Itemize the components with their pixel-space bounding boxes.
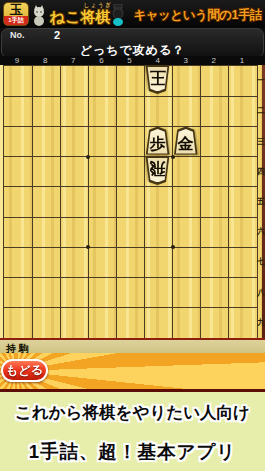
square-8-6[interactable] <box>32 217 60 247</box>
square-1-6[interactable] <box>229 217 257 247</box>
app-icon-king-char: 玉 <box>4 3 28 17</box>
square-8-7[interactable] <box>32 247 60 277</box>
rank-label-2: 二 <box>257 105 265 116</box>
piece-face: 王 <box>147 67 168 92</box>
square-1-8[interactable] <box>229 278 257 308</box>
square-1-4[interactable] <box>229 157 257 187</box>
file-label-1: 1 <box>236 56 248 65</box>
square-3-7[interactable] <box>173 247 201 277</box>
rank-label-9: 九 <box>257 317 265 328</box>
rank-label-7: 七 <box>257 256 265 267</box>
square-6-8[interactable] <box>88 278 116 308</box>
square-8-8[interactable] <box>32 278 60 308</box>
piece-face: 飛 <box>147 158 168 183</box>
cat-mascot-left-icon <box>31 4 47 26</box>
square-2-6[interactable] <box>201 217 229 247</box>
square-1-5[interactable] <box>229 187 257 217</box>
square-7-8[interactable] <box>60 278 88 308</box>
piece-rook-gote[interactable]: 飛 <box>145 157 170 185</box>
square-3-1[interactable] <box>173 66 201 96</box>
square-5-7[interactable] <box>116 247 144 277</box>
piece-body: 歩 <box>145 127 170 155</box>
file-label-6: 6 <box>95 56 107 65</box>
square-3-6[interactable] <box>173 217 201 247</box>
piece-pawn-sente[interactable]: 歩 <box>145 127 170 155</box>
square-7-9[interactable] <box>60 308 88 338</box>
app-logo: ねこ将棋 <box>49 8 111 25</box>
piece-glyph: 王 <box>150 67 166 87</box>
square-4-6[interactable] <box>145 217 173 247</box>
square-5-2[interactable] <box>116 96 144 126</box>
banner-line-1: これから将棋をやりたい人向け <box>0 402 265 424</box>
file-label-2: 2 <box>208 56 220 65</box>
rank-label-5: 五 <box>257 196 265 207</box>
app-icon: 玉 1手詰 <box>3 2 29 26</box>
square-9-5[interactable] <box>4 187 32 217</box>
square-2-4[interactable] <box>201 157 229 187</box>
piece-face: 歩 <box>147 129 168 154</box>
square-9-8[interactable] <box>4 278 32 308</box>
puzzle-number: 2 <box>54 29 60 41</box>
banner-line-2: 1手詰、超！基本アプリ <box>0 439 265 464</box>
piece-glyph: 金 <box>178 134 194 154</box>
square-8-1[interactable] <box>32 66 60 96</box>
square-7-3[interactable] <box>60 126 88 156</box>
square-6-2[interactable] <box>88 96 116 126</box>
file-label-9: 9 <box>11 56 23 65</box>
promo-banner[interactable]: これから将棋をやりたい人向け 1手詰、超！基本アプリ <box>0 392 265 471</box>
file-labels-strip: 987654321 <box>0 56 265 65</box>
rank-label-1: 一 <box>257 75 265 86</box>
square-6-4[interactable] <box>88 157 116 187</box>
square-4-8[interactable] <box>145 278 173 308</box>
square-2-2[interactable] <box>201 96 229 126</box>
square-9-3[interactable] <box>4 126 32 156</box>
piece-body: 飛 <box>145 157 170 185</box>
square-6-3[interactable] <box>88 126 116 156</box>
question-panel: No. 2 どっちで攻める？ <box>1 28 264 58</box>
file-label-7: 7 <box>67 56 79 65</box>
piece-body: 王 <box>145 66 170 94</box>
square-8-9[interactable] <box>32 308 60 338</box>
square-9-9[interactable] <box>4 308 32 338</box>
square-7-2[interactable] <box>60 96 88 126</box>
square-3-9[interactable] <box>173 308 201 338</box>
square-2-7[interactable] <box>201 247 229 277</box>
square-6-5[interactable] <box>88 187 116 217</box>
square-2-5[interactable] <box>201 187 229 217</box>
app-tagline: キャッという間の1手詰 <box>127 7 262 24</box>
square-8-5[interactable] <box>32 187 60 217</box>
square-7-1[interactable] <box>60 66 88 96</box>
square-4-7[interactable] <box>145 247 173 277</box>
square-1-7[interactable] <box>229 247 257 277</box>
square-8-3[interactable] <box>32 126 60 156</box>
square-7-6[interactable] <box>60 217 88 247</box>
rank-label-8: 八 <box>257 287 265 298</box>
square-5-9[interactable] <box>116 308 144 338</box>
piece-glyph: 飛 <box>150 158 166 178</box>
back-button[interactable]: もどる <box>1 359 48 382</box>
square-9-4[interactable] <box>4 157 32 187</box>
square-3-2[interactable] <box>173 96 201 126</box>
file-label-4: 4 <box>152 56 164 65</box>
square-1-9[interactable] <box>229 308 257 338</box>
piece-gold-sente[interactable]: 金 <box>173 127 198 155</box>
square-4-9[interactable] <box>145 308 173 338</box>
square-7-4[interactable] <box>60 157 88 187</box>
square-4-5[interactable] <box>145 187 173 217</box>
square-6-9[interactable] <box>88 308 116 338</box>
square-5-5[interactable] <box>116 187 144 217</box>
rank-label-4: 四 <box>257 166 265 177</box>
square-4-2[interactable] <box>145 96 173 126</box>
rank-label-3: 三 <box>257 136 265 147</box>
cat-mascot-right-icon <box>110 4 126 26</box>
hand-tray: 持駒 <box>0 338 265 353</box>
square-3-4[interactable] <box>173 157 201 187</box>
square-2-9[interactable] <box>201 308 229 338</box>
square-9-6[interactable] <box>4 217 32 247</box>
file-label-3: 3 <box>180 56 192 65</box>
square-8-4[interactable] <box>32 157 60 187</box>
square-7-7[interactable] <box>60 247 88 277</box>
square-2-3[interactable] <box>201 126 229 156</box>
square-5-6[interactable] <box>116 217 144 247</box>
square-5-1[interactable] <box>116 66 144 96</box>
square-5-8[interactable] <box>116 278 144 308</box>
square-8-2[interactable] <box>32 96 60 126</box>
square-1-1[interactable] <box>229 66 257 96</box>
square-9-7[interactable] <box>4 247 32 277</box>
app-screen: 玉 1手詰 しょうぎ ねこ将棋 キャッという間の1手詰 No. 2 どっちで攻め… <box>0 0 265 471</box>
square-3-8[interactable] <box>173 278 201 308</box>
square-9-1[interactable] <box>4 66 32 96</box>
square-3-5[interactable] <box>173 187 201 217</box>
square-2-8[interactable] <box>201 278 229 308</box>
piece-body: 金 <box>173 127 198 155</box>
square-9-2[interactable] <box>4 96 32 126</box>
square-7-5[interactable] <box>60 187 88 217</box>
square-2-1[interactable] <box>201 66 229 96</box>
square-6-1[interactable] <box>88 66 116 96</box>
file-label-8: 8 <box>39 56 51 65</box>
header-bar: 玉 1手詰 しょうぎ ねこ将棋 キャッという間の1手詰 <box>0 0 265 28</box>
square-6-7[interactable] <box>88 247 116 277</box>
piece-king-gote[interactable]: 王 <box>145 66 170 94</box>
app-icon-badge: 1手詰 <box>4 16 28 25</box>
piece-glyph: 歩 <box>150 134 166 154</box>
rank-label-6: 六 <box>257 226 265 237</box>
square-1-3[interactable] <box>229 126 257 156</box>
square-5-4[interactable] <box>116 157 144 187</box>
shogi-board[interactable] <box>3 65 258 339</box>
file-label-5: 5 <box>124 56 136 65</box>
piece-face: 金 <box>175 129 196 154</box>
puzzle-no-label: No. <box>10 30 25 40</box>
square-1-2[interactable] <box>229 96 257 126</box>
square-6-6[interactable] <box>88 217 116 247</box>
square-5-3[interactable] <box>116 126 144 156</box>
